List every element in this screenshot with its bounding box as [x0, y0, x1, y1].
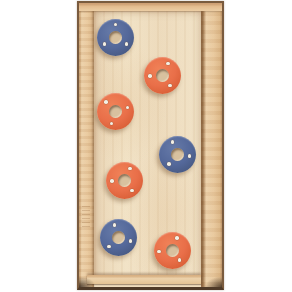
screw-dot	[128, 167, 132, 171]
screw-dot	[125, 42, 129, 46]
disc-hole	[171, 148, 184, 161]
screw-dot	[113, 223, 117, 227]
disc-hole	[118, 174, 131, 187]
disc-hole	[156, 69, 169, 82]
screw-dot	[178, 258, 182, 262]
disc-hole	[112, 231, 125, 244]
screw-dot	[130, 189, 134, 193]
screw-dot	[175, 236, 179, 240]
screw-dot	[114, 23, 118, 27]
screw-dot	[107, 245, 111, 249]
disc-hole	[109, 31, 122, 44]
photo-stage	[0, 0, 292, 292]
discs-layer	[0, 0, 292, 292]
screw-dot	[157, 250, 161, 254]
screw-dot	[104, 100, 108, 104]
disc-hole	[109, 105, 122, 118]
disc-blue[interactable]	[100, 219, 137, 256]
disc-orange[interactable]	[106, 162, 143, 199]
screw-dot	[166, 62, 170, 66]
screw-dot	[110, 179, 114, 183]
screw-dot	[110, 122, 114, 126]
disc-blue[interactable]	[159, 136, 196, 173]
screw-dot	[171, 140, 175, 144]
screw-dot	[167, 162, 171, 166]
disc-blue[interactable]	[97, 19, 134, 56]
screw-dot	[126, 106, 130, 110]
screw-dot	[103, 42, 107, 46]
screw-dot	[148, 74, 152, 78]
screw-dot	[168, 84, 172, 88]
disc-orange[interactable]	[144, 57, 181, 94]
disc-hole	[166, 244, 179, 257]
disc-orange[interactable]	[97, 93, 134, 130]
screw-dot	[188, 154, 192, 158]
disc-orange[interactable]	[154, 232, 191, 269]
screw-dot	[129, 239, 133, 243]
